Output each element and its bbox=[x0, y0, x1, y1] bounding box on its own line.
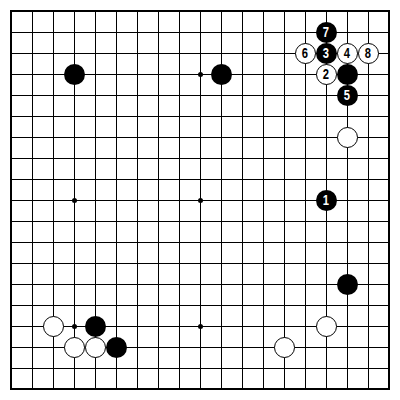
stones-layer: 12345678 bbox=[1, 1, 400, 400]
stone-white-move-4: 4 bbox=[337, 43, 358, 64]
stone-black bbox=[85, 316, 106, 337]
go-board: 12345678 bbox=[0, 0, 400, 400]
stone-black-move-7: 7 bbox=[316, 22, 337, 43]
stone-black-move-5: 5 bbox=[337, 85, 358, 106]
stone-black bbox=[337, 274, 358, 295]
stone-black-move-3: 3 bbox=[316, 43, 337, 64]
stone-white bbox=[64, 337, 85, 358]
stone-black bbox=[337, 64, 358, 85]
move-number: 3 bbox=[323, 46, 329, 60]
move-number: 5 bbox=[344, 88, 350, 102]
stone-white bbox=[316, 316, 337, 337]
stone-white-move-6: 6 bbox=[295, 43, 316, 64]
stone-white bbox=[337, 127, 358, 148]
move-number: 1 bbox=[323, 193, 329, 207]
move-number: 6 bbox=[302, 46, 308, 60]
go-diagram-screen: 12345678 bbox=[0, 0, 400, 400]
stone-black bbox=[64, 64, 85, 85]
move-number: 8 bbox=[365, 46, 371, 60]
stone-white bbox=[274, 337, 295, 358]
stone-white bbox=[85, 337, 106, 358]
move-number: 7 bbox=[323, 25, 329, 39]
stone-black bbox=[211, 64, 232, 85]
stone-white bbox=[43, 316, 64, 337]
stone-white-move-2: 2 bbox=[316, 64, 337, 85]
stone-black bbox=[106, 337, 127, 358]
stone-white-move-8: 8 bbox=[358, 43, 379, 64]
stone-black-move-1: 1 bbox=[316, 190, 337, 211]
move-number: 4 bbox=[344, 46, 350, 60]
move-number: 2 bbox=[323, 67, 329, 81]
